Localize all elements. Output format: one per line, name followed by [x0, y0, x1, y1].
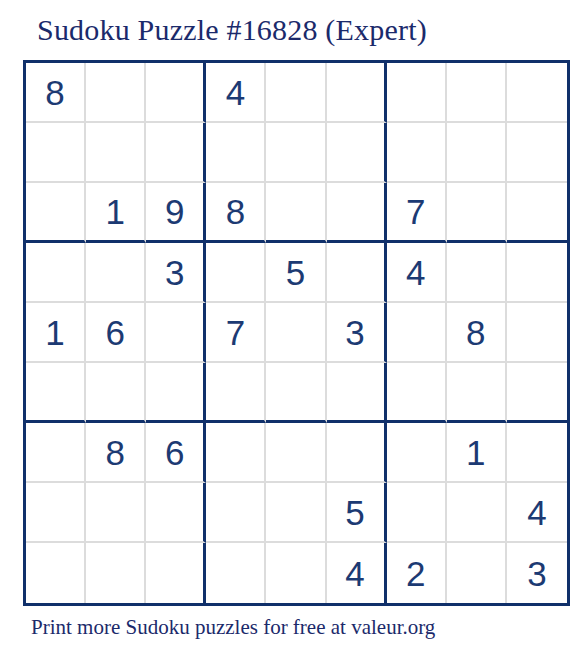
cell-r2c5[interactable] — [266, 123, 326, 183]
cell-r1c2[interactable] — [86, 63, 146, 123]
cell-r1c3[interactable] — [146, 63, 206, 123]
cell-r6c1[interactable] — [26, 363, 86, 423]
cell-r7c6[interactable] — [327, 423, 387, 483]
cell-r2c8[interactable] — [447, 123, 507, 183]
cell-r6c8[interactable] — [447, 363, 507, 423]
cell-r1c1[interactable]: 8 — [26, 63, 86, 123]
cell-r3c6[interactable] — [327, 183, 387, 243]
cell-r5c8[interactable]: 8 — [447, 303, 507, 363]
cell-r3c7[interactable]: 7 — [387, 183, 447, 243]
cell-r7c9[interactable] — [507, 423, 567, 483]
cell-r4c2[interactable] — [86, 243, 146, 303]
cell-r7c1[interactable] — [26, 423, 86, 483]
page-title: Sudoku Puzzle #16828 (Expert) — [37, 13, 427, 47]
cell-r8c2[interactable] — [86, 483, 146, 543]
cell-r6c6[interactable] — [327, 363, 387, 423]
cell-r8c3[interactable] — [146, 483, 206, 543]
cell-r7c3[interactable]: 6 — [146, 423, 206, 483]
cell-r9c9[interactable]: 3 — [507, 543, 567, 603]
cell-r3c5[interactable] — [266, 183, 326, 243]
cell-r2c2[interactable] — [86, 123, 146, 183]
cell-r8c9[interactable]: 4 — [507, 483, 567, 543]
cell-r2c7[interactable] — [387, 123, 447, 183]
cell-r8c4[interactable] — [206, 483, 266, 543]
cell-r2c4[interactable] — [206, 123, 266, 183]
cell-r6c4[interactable] — [206, 363, 266, 423]
cell-r7c7[interactable] — [387, 423, 447, 483]
cell-r4c5[interactable]: 5 — [266, 243, 326, 303]
cell-r6c9[interactable] — [507, 363, 567, 423]
cell-r7c2[interactable]: 8 — [86, 423, 146, 483]
cell-r5c1[interactable]: 1 — [26, 303, 86, 363]
sudoku-grid: 8419873541673886154423 — [23, 60, 570, 606]
cell-r5c6[interactable]: 3 — [327, 303, 387, 363]
cell-r1c7[interactable] — [387, 63, 447, 123]
cell-r2c6[interactable] — [327, 123, 387, 183]
cell-r5c5[interactable] — [266, 303, 326, 363]
cell-r7c4[interactable] — [206, 423, 266, 483]
cell-r4c1[interactable] — [26, 243, 86, 303]
cell-r2c9[interactable] — [507, 123, 567, 183]
cell-r4c6[interactable] — [327, 243, 387, 303]
cell-r1c4[interactable]: 4 — [206, 63, 266, 123]
cell-r9c5[interactable] — [266, 543, 326, 603]
cell-r7c5[interactable] — [266, 423, 326, 483]
cell-r5c9[interactable] — [507, 303, 567, 363]
sudoku-page: Sudoku Puzzle #16828 (Expert) 8419873541… — [0, 0, 580, 651]
cell-r9c6[interactable]: 4 — [327, 543, 387, 603]
cell-r8c5[interactable] — [266, 483, 326, 543]
cell-r9c8[interactable] — [447, 543, 507, 603]
cell-r8c6[interactable]: 5 — [327, 483, 387, 543]
cell-r5c4[interactable]: 7 — [206, 303, 266, 363]
cell-r1c8[interactable] — [447, 63, 507, 123]
cell-r3c8[interactable] — [447, 183, 507, 243]
cell-r8c1[interactable] — [26, 483, 86, 543]
cell-r6c7[interactable] — [387, 363, 447, 423]
cell-r5c2[interactable]: 6 — [86, 303, 146, 363]
cell-r3c4[interactable]: 8 — [206, 183, 266, 243]
cell-r9c7[interactable]: 2 — [387, 543, 447, 603]
cell-r3c9[interactable] — [507, 183, 567, 243]
cell-r3c2[interactable]: 1 — [86, 183, 146, 243]
cell-r5c7[interactable] — [387, 303, 447, 363]
cell-r4c8[interactable] — [447, 243, 507, 303]
cell-r5c3[interactable] — [146, 303, 206, 363]
cell-r4c7[interactable]: 4 — [387, 243, 447, 303]
cell-r9c1[interactable] — [26, 543, 86, 603]
cell-r8c7[interactable] — [387, 483, 447, 543]
cell-r7c8[interactable]: 1 — [447, 423, 507, 483]
cell-r6c5[interactable] — [266, 363, 326, 423]
cell-r9c2[interactable] — [86, 543, 146, 603]
cell-r1c9[interactable] — [507, 63, 567, 123]
cell-r3c1[interactable] — [26, 183, 86, 243]
footer-text: Print more Sudoku puzzles for free at va… — [31, 615, 435, 640]
cell-r2c1[interactable] — [26, 123, 86, 183]
cell-r4c3[interactable]: 3 — [146, 243, 206, 303]
cell-r9c4[interactable] — [206, 543, 266, 603]
cell-r4c4[interactable] — [206, 243, 266, 303]
cell-r2c3[interactable] — [146, 123, 206, 183]
cell-r4c9[interactable] — [507, 243, 567, 303]
cell-r8c8[interactable] — [447, 483, 507, 543]
cell-r6c3[interactable] — [146, 363, 206, 423]
cell-r6c2[interactable] — [86, 363, 146, 423]
cell-r3c3[interactable]: 9 — [146, 183, 206, 243]
cell-r9c3[interactable] — [146, 543, 206, 603]
cell-r1c6[interactable] — [327, 63, 387, 123]
cell-r1c5[interactable] — [266, 63, 326, 123]
